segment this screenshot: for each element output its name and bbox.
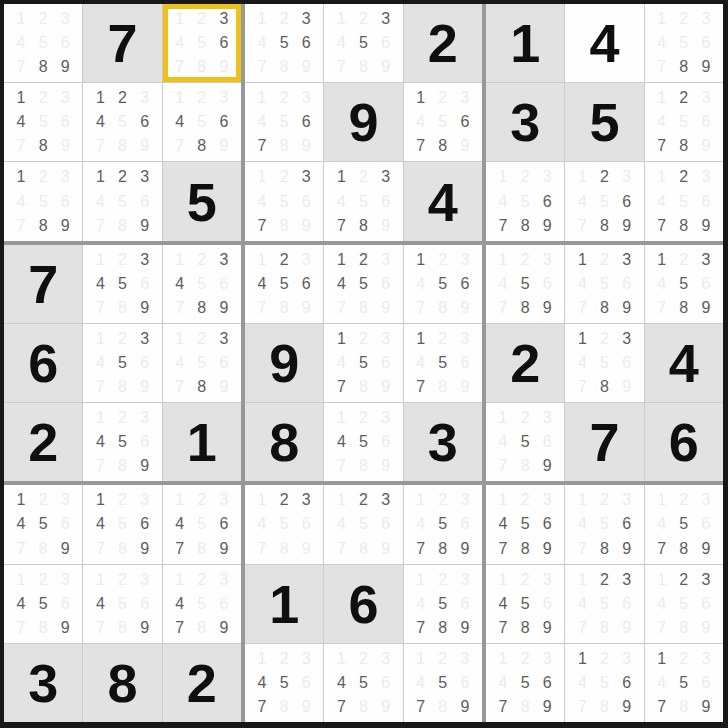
candidate-2-ghost: 2 (673, 248, 695, 272)
candidate-4: 4 (330, 430, 352, 454)
candidate-8-ghost: 8 (273, 214, 295, 238)
candidate-7-ghost: 7 (651, 55, 673, 79)
pencil-marks: 123456789 (492, 568, 558, 640)
candidate-2-ghost: 2 (191, 327, 213, 351)
cell-r3c7[interactable]: 123456789 (486, 162, 564, 240)
cell-r9c9[interactable]: 123456789 (645, 644, 723, 722)
candidate-9: 9 (134, 214, 156, 238)
candidate-1-ghost: 1 (251, 248, 273, 272)
cell-r5c3[interactable]: 123456789 (163, 324, 241, 402)
candidate-5-ghost: 5 (191, 351, 213, 375)
candidate-5-ghost: 5 (352, 512, 374, 536)
cell-r9c8[interactable]: 123456789 (565, 644, 643, 722)
candidate-6-ghost: 6 (54, 592, 76, 616)
candidate-3-ghost: 3 (454, 488, 476, 512)
candidate-8: 8 (514, 616, 536, 640)
candidate-1: 1 (89, 165, 111, 189)
candidate-4: 4 (10, 512, 32, 536)
cell-r2c7[interactable]: 3 (486, 83, 564, 161)
candidate-5: 5 (432, 671, 454, 695)
cell-r7c5[interactable]: 123456789 (324, 485, 402, 563)
candidate-5: 5 (514, 272, 536, 296)
pencil-marks: 123456789 (169, 86, 235, 158)
candidate-2-ghost: 2 (191, 248, 213, 272)
candidate-5-ghost: 5 (191, 110, 213, 134)
pencil-marks: 123456789 (492, 406, 558, 478)
cell-r6c3[interactable]: 1 (163, 403, 241, 481)
cell-r2c9[interactable]: 123456789 (645, 83, 723, 161)
cell-r2c2[interactable]: 123456789 (83, 83, 161, 161)
cell-r6c8[interactable]: 7 (565, 403, 643, 481)
candidate-9-ghost: 9 (295, 536, 317, 560)
candidate-6-ghost: 6 (134, 592, 156, 616)
candidate-8-ghost: 8 (111, 134, 133, 158)
candidate-2-ghost: 2 (352, 165, 374, 189)
candidate-7: 7 (251, 214, 273, 238)
candidate-1: 1 (89, 86, 111, 110)
candidate-2: 2 (673, 568, 695, 592)
cell-r6c7[interactable]: 123456789 (486, 403, 564, 481)
pencil-marks: 123456789 (330, 327, 396, 399)
candidate-6-ghost: 6 (375, 31, 397, 55)
cell-r7c3[interactable]: 123456789 (163, 485, 241, 563)
cell-r5c7[interactable]: 2 (486, 324, 564, 402)
candidate-1-ghost: 1 (492, 165, 514, 189)
candidate-8: 8 (673, 214, 695, 238)
candidate-9-ghost: 9 (213, 375, 235, 399)
pencil-marks: 123456789 (89, 488, 155, 560)
candidate-5: 5 (673, 671, 695, 695)
given-value: 3 (404, 403, 482, 481)
candidate-4-ghost: 4 (651, 512, 673, 536)
candidate-6-ghost: 6 (695, 110, 717, 134)
candidate-7-ghost: 7 (169, 375, 191, 399)
given-value: 6 (645, 403, 723, 481)
candidate-9-ghost: 9 (213, 134, 235, 158)
candidate-9: 9 (536, 454, 558, 478)
candidate-6-ghost: 6 (454, 351, 476, 375)
cell-r1c9[interactable]: 123456789 (645, 4, 723, 82)
pencil-marks: 123456789 (330, 647, 396, 719)
candidate-9-ghost: 9 (454, 134, 476, 158)
candidate-7: 7 (410, 616, 432, 640)
candidate-7-ghost: 7 (10, 536, 32, 560)
candidate-9-ghost: 9 (295, 695, 317, 719)
given-value: 5 (163, 162, 241, 240)
cell-r7c9[interactable]: 123456789 (645, 485, 723, 563)
candidate-8: 8 (514, 536, 536, 560)
cell-r8c7[interactable]: 123456789 (486, 565, 564, 643)
candidate-2-ghost: 2 (111, 327, 133, 351)
candidate-3-ghost: 3 (375, 406, 397, 430)
candidate-2-ghost: 2 (432, 488, 454, 512)
given-value: 3 (486, 83, 564, 161)
candidate-7: 7 (651, 695, 673, 719)
candidate-3: 3 (213, 248, 235, 272)
candidate-5: 5 (352, 671, 374, 695)
candidate-6: 6 (213, 512, 235, 536)
candidate-4-ghost: 4 (410, 592, 432, 616)
candidate-9: 9 (536, 536, 558, 560)
candidate-1-ghost: 1 (651, 568, 673, 592)
candidate-2-ghost: 2 (111, 248, 133, 272)
given-value: 7 (83, 4, 161, 82)
cell-r4c4[interactable]: 123456789 (245, 245, 323, 323)
pencil-marks: 123456789 (410, 248, 476, 320)
candidate-6-ghost: 6 (536, 430, 558, 454)
candidate-6: 6 (616, 190, 638, 214)
candidate-5: 5 (432, 592, 454, 616)
cell-r6c5[interactable]: 123456789 (324, 403, 402, 481)
cell-r9c6[interactable]: 123456789 (404, 644, 482, 722)
candidate-5-ghost: 5 (111, 190, 133, 214)
candidate-1: 1 (571, 327, 593, 351)
candidate-6-ghost: 6 (134, 351, 156, 375)
candidate-8-ghost: 8 (514, 695, 536, 719)
candidate-6-ghost: 6 (134, 430, 156, 454)
candidate-9-ghost: 9 (295, 214, 317, 238)
candidate-9-ghost: 9 (375, 536, 397, 560)
cell-r6c6[interactable]: 3 (404, 403, 482, 481)
given-value: 1 (245, 565, 323, 643)
candidate-3-ghost: 3 (54, 568, 76, 592)
candidate-9: 9 (695, 536, 717, 560)
cell-r5c1[interactable]: 6 (4, 324, 82, 402)
cell-r7c8[interactable]: 123456789 (565, 485, 643, 563)
candidate-3-ghost: 3 (134, 406, 156, 430)
cell-r6c1[interactable]: 2 (4, 403, 82, 481)
cell-r1c5[interactable]: 123456789 (324, 4, 402, 82)
cell-r2c3[interactable]: 123456789 (163, 83, 241, 161)
candidate-8-ghost: 8 (111, 616, 133, 640)
cell-r1c2[interactable]: 7 (83, 4, 161, 82)
box-r2c3: 1234567891234567891234567892123456789412… (486, 245, 723, 482)
candidate-9-ghost: 9 (134, 375, 156, 399)
given-value: 4 (645, 324, 723, 402)
candidate-3-ghost: 3 (454, 327, 476, 351)
candidate-5-ghost: 5 (673, 592, 695, 616)
cell-r5c6[interactable]: 123456789 (404, 324, 482, 402)
candidate-2-ghost: 2 (273, 165, 295, 189)
candidate-6-ghost: 6 (54, 110, 76, 134)
candidate-8-ghost: 8 (191, 536, 213, 560)
candidate-3: 3 (134, 327, 156, 351)
pencil-marks: 123456789 (492, 248, 558, 320)
candidate-4: 4 (330, 272, 352, 296)
cell-r4c9[interactable]: 123456789 (645, 245, 723, 323)
candidate-4-ghost: 4 (492, 430, 514, 454)
cell-r3c4[interactable]: 123456789 (245, 162, 323, 240)
cell-r9c4[interactable]: 123456789 (245, 644, 323, 722)
candidate-9: 9 (616, 296, 638, 320)
cell-r9c1[interactable]: 3 (4, 644, 82, 722)
cell-r4c2[interactable]: 123456789 (83, 245, 161, 323)
candidate-2: 2 (111, 165, 133, 189)
candidate-2-ghost: 2 (432, 568, 454, 592)
candidate-6: 6 (295, 272, 317, 296)
candidate-1: 1 (410, 248, 432, 272)
candidate-8: 8 (352, 214, 374, 238)
candidate-7-ghost: 7 (10, 214, 32, 238)
candidate-5-ghost: 5 (111, 512, 133, 536)
candidate-4-ghost: 4 (571, 351, 593, 375)
candidate-1: 1 (10, 86, 32, 110)
candidate-5: 5 (111, 351, 133, 375)
candidate-8: 8 (32, 134, 54, 158)
candidate-5-ghost: 5 (673, 31, 695, 55)
candidate-6-ghost: 6 (695, 512, 717, 536)
candidate-3-ghost: 3 (454, 568, 476, 592)
candidate-2-ghost: 2 (514, 406, 536, 430)
candidate-8-ghost: 8 (32, 616, 54, 640)
cell-r9c3[interactable]: 2 (163, 644, 241, 722)
candidate-2-ghost: 2 (32, 488, 54, 512)
given-value: 2 (486, 324, 564, 402)
pencil-marks: 123456789 (651, 165, 717, 237)
cell-r5c9[interactable]: 4 (645, 324, 723, 402)
cell-r1c8[interactable]: 4 (565, 4, 643, 82)
candidate-4-ghost: 4 (651, 190, 673, 214)
candidate-7-ghost: 7 (492, 296, 514, 320)
candidate-8: 8 (432, 134, 454, 158)
candidate-8-ghost: 8 (273, 55, 295, 79)
cell-r5c4[interactable]: 9 (245, 324, 323, 402)
candidate-7: 7 (169, 616, 191, 640)
candidate-6: 6 (295, 31, 317, 55)
pencil-marks: 123456789 (251, 488, 317, 560)
candidate-7-ghost: 7 (10, 616, 32, 640)
cell-r2c5[interactable]: 9 (324, 83, 402, 161)
pencil-marks: 123456789 (571, 488, 637, 560)
candidate-9: 9 (134, 616, 156, 640)
candidate-9-ghost: 9 (616, 375, 638, 399)
cell-r3c5[interactable]: 123456789 (324, 162, 402, 240)
candidate-4-ghost: 4 (410, 110, 432, 134)
cell-r8c5[interactable]: 6 (324, 565, 402, 643)
cell-r5c8[interactable]: 123456789 (565, 324, 643, 402)
given-value: 8 (245, 403, 323, 481)
candidate-6: 6 (454, 272, 476, 296)
cell-r9c5[interactable]: 123456789 (324, 644, 402, 722)
cell-r9c2[interactable]: 8 (83, 644, 161, 722)
candidate-3-ghost: 3 (536, 488, 558, 512)
candidate-1: 1 (330, 248, 352, 272)
cell-r4c6[interactable]: 123456789 (404, 245, 482, 323)
candidate-6-ghost: 6 (695, 190, 717, 214)
candidate-8: 8 (432, 616, 454, 640)
cell-r6c2[interactable]: 123456789 (83, 403, 161, 481)
candidate-5: 5 (514, 592, 536, 616)
candidate-4-ghost: 4 (571, 272, 593, 296)
candidate-8-ghost: 8 (111, 296, 133, 320)
candidate-3-ghost: 3 (454, 86, 476, 110)
cell-r3c6[interactable]: 4 (404, 162, 482, 240)
cell-r2c4[interactable]: 123456789 (245, 83, 323, 161)
cell-r4c5[interactable]: 123456789 (324, 245, 402, 323)
cell-r1c6[interactable]: 2 (404, 4, 482, 82)
cell-r2c8[interactable]: 5 (565, 83, 643, 161)
candidate-5: 5 (432, 351, 454, 375)
cell-r8c3[interactable]: 123456789 (163, 565, 241, 643)
cell-r4c3[interactable]: 123456789 (163, 245, 241, 323)
candidate-6-ghost: 6 (375, 190, 397, 214)
candidate-4-ghost: 4 (169, 31, 191, 55)
candidate-3-ghost: 3 (695, 647, 717, 671)
candidate-8: 8 (673, 134, 695, 158)
cell-r7c4[interactable]: 123456789 (245, 485, 323, 563)
candidate-3: 3 (695, 248, 717, 272)
cell-r6c9[interactable]: 6 (645, 403, 723, 481)
candidate-5: 5 (514, 671, 536, 695)
cell-r1c4[interactable]: 123456789 (245, 4, 323, 82)
candidate-1-ghost: 1 (251, 7, 273, 31)
candidate-1-ghost: 1 (571, 568, 593, 592)
candidate-4-ghost: 4 (251, 190, 273, 214)
candidate-4-ghost: 4 (651, 110, 673, 134)
candidate-4-ghost: 4 (492, 272, 514, 296)
candidate-2-ghost: 2 (191, 568, 213, 592)
candidate-6-ghost: 6 (695, 592, 717, 616)
candidate-4-ghost: 4 (330, 512, 352, 536)
box-r3c1: 1234567891234567891234567891234567891234… (4, 485, 241, 722)
candidate-5: 5 (352, 31, 374, 55)
candidate-6-ghost: 6 (454, 512, 476, 536)
candidate-4: 4 (330, 671, 352, 695)
candidate-7: 7 (651, 134, 673, 158)
cell-r1c1[interactable]: 123456789 (4, 4, 82, 82)
candidate-4: 4 (89, 512, 111, 536)
candidate-1-ghost: 1 (330, 7, 352, 31)
cell-r7c2[interactable]: 123456789 (83, 485, 161, 563)
cell-r2c6[interactable]: 123456789 (404, 83, 482, 161)
candidate-6-ghost: 6 (213, 592, 235, 616)
candidate-9-ghost: 9 (375, 695, 397, 719)
cell-r3c1[interactable]: 123456789 (4, 162, 82, 240)
candidate-1: 1 (571, 647, 593, 671)
candidate-9-ghost: 9 (616, 616, 638, 640)
cell-r6c4[interactable]: 8 (245, 403, 323, 481)
box-r2c1: 7123456789123456789612345678912345678921… (4, 245, 241, 482)
candidate-7-ghost: 7 (571, 375, 593, 399)
cell-r3c2[interactable]: 123456789 (83, 162, 161, 240)
cell-r3c9[interactable]: 123456789 (645, 162, 723, 240)
candidate-6-ghost: 6 (295, 190, 317, 214)
candidate-6-ghost: 6 (375, 272, 397, 296)
candidate-5: 5 (432, 512, 454, 536)
candidate-1-ghost: 1 (10, 568, 32, 592)
candidate-7-ghost: 7 (330, 296, 352, 320)
pencil-marks: 123456789 (651, 488, 717, 560)
pencil-marks: 123456789 (251, 647, 317, 719)
cell-r5c5[interactable]: 123456789 (324, 324, 402, 402)
candidate-6: 6 (454, 110, 476, 134)
given-value: 6 (4, 324, 82, 402)
candidate-7-ghost: 7 (571, 616, 593, 640)
pencil-marks: 123456789 (251, 7, 317, 79)
candidate-8-ghost: 8 (352, 375, 374, 399)
pencil-marks: 123456789 (651, 86, 717, 158)
candidate-5: 5 (32, 592, 54, 616)
candidate-1-ghost: 1 (89, 406, 111, 430)
candidate-6-ghost: 6 (616, 351, 638, 375)
candidate-5-ghost: 5 (191, 272, 213, 296)
cell-r4c7[interactable]: 123456789 (486, 245, 564, 323)
candidate-7: 7 (330, 375, 352, 399)
candidate-7-ghost: 7 (571, 536, 593, 560)
cell-r9c7[interactable]: 123456789 (486, 644, 564, 722)
candidate-5-ghost: 5 (273, 512, 295, 536)
candidate-4: 4 (10, 110, 32, 134)
candidate-3-ghost: 3 (375, 327, 397, 351)
cell-r8c4[interactable]: 1 (245, 565, 323, 643)
candidate-8-ghost: 8 (432, 296, 454, 320)
cell-r1c3[interactable]: 123456789 (163, 4, 241, 82)
pencil-marks: 123456789 (330, 488, 396, 560)
sudoku-app: 1234567897123456789123456789123456789123… (0, 0, 728, 728)
candidate-5: 5 (273, 31, 295, 55)
candidate-6-ghost: 6 (54, 512, 76, 536)
candidate-5: 5 (514, 512, 536, 536)
candidate-1: 1 (330, 165, 352, 189)
candidate-6-ghost: 6 (454, 671, 476, 695)
pencil-marks: 123456789 (492, 488, 558, 560)
cell-r4c8[interactable]: 123456789 (565, 245, 643, 323)
cell-r1c7[interactable]: 1 (486, 4, 564, 82)
candidate-5-ghost: 5 (593, 190, 615, 214)
cell-r7c1[interactable]: 123456789 (4, 485, 82, 563)
cell-r7c7[interactable]: 123456789 (486, 485, 564, 563)
cell-r8c1[interactable]: 123456789 (4, 565, 82, 643)
cell-r2c1[interactable]: 123456789 (4, 83, 82, 161)
candidate-4-ghost: 4 (651, 671, 673, 695)
candidate-8: 8 (593, 375, 615, 399)
candidate-1: 1 (330, 327, 352, 351)
candidate-1: 1 (410, 86, 432, 110)
candidate-3: 3 (213, 327, 235, 351)
candidate-4: 4 (251, 272, 273, 296)
cell-r3c8[interactable]: 123456789 (565, 162, 643, 240)
cell-r3c3[interactable]: 5 (163, 162, 241, 240)
cell-r4c1[interactable]: 7 (4, 245, 82, 323)
candidate-9-ghost: 9 (454, 296, 476, 320)
cell-r5c2[interactable]: 123456789 (83, 324, 161, 402)
cell-r8c2[interactable]: 123456789 (83, 565, 161, 643)
candidate-5: 5 (352, 272, 374, 296)
candidate-2-ghost: 2 (593, 488, 615, 512)
candidate-3-ghost: 3 (695, 488, 717, 512)
candidate-3-ghost: 3 (54, 86, 76, 110)
candidate-1-ghost: 1 (492, 406, 514, 430)
candidate-4: 4 (492, 592, 514, 616)
candidate-3: 3 (134, 165, 156, 189)
candidate-1-ghost: 1 (330, 647, 352, 671)
candidate-1-ghost: 1 (492, 248, 514, 272)
candidate-6: 6 (134, 110, 156, 134)
candidate-7: 7 (330, 214, 352, 238)
candidate-1-ghost: 1 (330, 406, 352, 430)
candidate-3-ghost: 3 (536, 406, 558, 430)
candidate-4: 4 (169, 592, 191, 616)
candidate-1-ghost: 1 (89, 568, 111, 592)
cell-r8c9[interactable]: 123456789 (645, 565, 723, 643)
cell-r7c6[interactable]: 123456789 (404, 485, 482, 563)
candidate-5-ghost: 5 (32, 190, 54, 214)
candidate-5-ghost: 5 (191, 31, 213, 55)
candidate-4-ghost: 4 (492, 190, 514, 214)
candidate-3-ghost: 3 (695, 86, 717, 110)
cell-r8c6[interactable]: 123456789 (404, 565, 482, 643)
cell-r8c8[interactable]: 123456789 (565, 565, 643, 643)
